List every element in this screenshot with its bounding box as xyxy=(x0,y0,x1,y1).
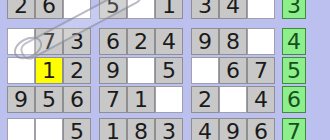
sudoku-cell-r3c5[interactable] xyxy=(127,0,155,19)
sudoku-cell-r3c3[interactable] xyxy=(63,0,91,19)
sudoku-cell-r6c3[interactable]: 6 xyxy=(63,86,91,113)
sudoku-cell-r3c1[interactable]: 2 xyxy=(7,0,35,19)
sudoku-cell-r5c6[interactable]: 5 xyxy=(155,57,183,84)
board-row-4: 73624984 xyxy=(7,28,307,55)
board-row-5: 1295675 xyxy=(7,57,307,84)
sudoku-cell-r3c2[interactable]: 6 xyxy=(35,0,63,19)
sudoku-cell-r4c8[interactable]: 8 xyxy=(219,28,247,55)
sudoku-cell-r3c4[interactable]: 5 xyxy=(99,0,127,19)
sudoku-cell-r4c4[interactable]: 6 xyxy=(99,28,127,55)
sudoku-board: 26513437362498412956759567124651834967 xyxy=(0,0,330,140)
sudoku-cell-r3c9[interactable] xyxy=(247,0,275,19)
sudoku-cell-r4c5[interactable]: 2 xyxy=(127,28,155,55)
sudoku-cell-r4c2[interactable]: 7 xyxy=(35,28,63,55)
sudoku-cell-r4c7[interactable]: 9 xyxy=(191,28,219,55)
row-number-label-4: 4 xyxy=(282,28,306,55)
sudoku-cell-r5c7[interactable] xyxy=(191,57,219,84)
sudoku-app: 26513437362498412956759567124651834967 xyxy=(0,0,330,140)
sudoku-cell-r5c1[interactable] xyxy=(7,57,35,84)
sudoku-cell-r4c6[interactable]: 4 xyxy=(155,28,183,55)
sudoku-cell-r5c3[interactable]: 2 xyxy=(63,57,91,84)
sudoku-cell-r7c2[interactable] xyxy=(35,118,63,140)
sudoku-cell-r6c9[interactable]: 4 xyxy=(247,86,275,113)
sudoku-cell-r4c9[interactable] xyxy=(247,28,275,55)
sudoku-cell-r7c8[interactable]: 9 xyxy=(219,118,247,140)
sudoku-cell-r5c8[interactable]: 6 xyxy=(219,57,247,84)
sudoku-cell-r3c6[interactable]: 1 xyxy=(155,0,183,19)
sudoku-cell-r6c4[interactable]: 7 xyxy=(99,86,127,113)
sudoku-cell-r6c1[interactable]: 9 xyxy=(7,86,35,113)
sudoku-cell-r5c5[interactable] xyxy=(127,57,155,84)
sudoku-cell-r7c7[interactable]: 4 xyxy=(191,118,219,140)
sudoku-cell-r6c5[interactable]: 1 xyxy=(127,86,155,113)
sudoku-cell-r5c4[interactable]: 9 xyxy=(99,57,127,84)
sudoku-cell-r7c4[interactable]: 1 xyxy=(99,118,127,140)
row-number-label-5: 5 xyxy=(282,57,306,84)
row-number-label-7: 7 xyxy=(282,118,306,140)
sudoku-cell-r5c9[interactable]: 7 xyxy=(247,57,275,84)
row-number-label-6: 6 xyxy=(282,86,306,113)
sudoku-cell-r6c6[interactable] xyxy=(155,86,183,113)
sudoku-cell-r6c7[interactable]: 2 xyxy=(191,86,219,113)
board-row-3: 2651343 xyxy=(7,0,307,19)
sudoku-cell-r6c8[interactable] xyxy=(219,86,247,113)
sudoku-cell-r6c2[interactable]: 5 xyxy=(35,86,63,113)
sudoku-cell-r7c5[interactable]: 8 xyxy=(127,118,155,140)
sudoku-cell-r7c9[interactable]: 6 xyxy=(247,118,275,140)
sudoku-cell-r3c8[interactable]: 4 xyxy=(219,0,247,19)
sudoku-cell-r7c6[interactable]: 3 xyxy=(155,118,183,140)
sudoku-cell-r7c1[interactable] xyxy=(7,118,35,140)
board-row-7: 51834967 xyxy=(7,118,307,140)
sudoku-cell-r4c1[interactable] xyxy=(7,28,35,55)
sudoku-cell-r7c3[interactable]: 5 xyxy=(63,118,91,140)
sudoku-cell-r4c3[interactable]: 3 xyxy=(63,28,91,55)
sudoku-cell-r3c7[interactable]: 3 xyxy=(191,0,219,19)
board-row-6: 95671246 xyxy=(7,86,307,113)
row-number-label-3: 3 xyxy=(282,0,306,19)
sudoku-cell-r5c2[interactable]: 1 xyxy=(35,57,63,84)
